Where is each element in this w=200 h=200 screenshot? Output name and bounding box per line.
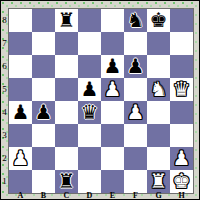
rank-label-2: 2 xyxy=(1,147,8,170)
square-e1[interactable] xyxy=(101,170,124,193)
chess-board-frame: ♜♞♚♟♟♟♟♞♛♟♟♛♟♟♟♜♜♚ 87654321ABCDEFGH xyxy=(0,0,200,200)
file-label-f: F xyxy=(124,192,147,199)
square-h8[interactable] xyxy=(170,9,193,32)
square-a6[interactable] xyxy=(9,55,32,78)
square-d1[interactable] xyxy=(78,170,101,193)
rank-label-6: 6 xyxy=(1,55,8,78)
square-g2[interactable] xyxy=(147,147,170,170)
rank-label-8: 8 xyxy=(1,9,8,32)
white-pawn-piece[interactable]: ♟ xyxy=(127,101,145,124)
rank-label-5: 5 xyxy=(1,78,8,101)
black-pawn-piece[interactable]: ♟ xyxy=(35,101,53,124)
black-queen-piece[interactable]: ♛ xyxy=(81,101,99,124)
square-c3[interactable] xyxy=(55,124,78,147)
square-c6[interactable] xyxy=(55,55,78,78)
square-c5[interactable] xyxy=(55,78,78,101)
square-h7[interactable] xyxy=(170,32,193,55)
file-label-g: G xyxy=(147,192,170,199)
square-g6[interactable] xyxy=(147,55,170,78)
black-king-piece[interactable]: ♚ xyxy=(150,9,168,32)
square-f1[interactable] xyxy=(124,170,147,193)
square-g4[interactable] xyxy=(147,101,170,124)
square-a8[interactable] xyxy=(9,9,32,32)
square-c7[interactable] xyxy=(55,32,78,55)
square-g8[interactable]: ♚ xyxy=(147,9,170,32)
file-label-b: B xyxy=(32,192,55,199)
white-king-piece[interactable]: ♚ xyxy=(173,170,191,193)
square-f3[interactable] xyxy=(124,124,147,147)
square-e7[interactable] xyxy=(101,32,124,55)
square-e6[interactable]: ♟ xyxy=(101,55,124,78)
square-h4[interactable] xyxy=(170,101,193,124)
square-b2[interactable] xyxy=(32,147,55,170)
white-rook-piece[interactable]: ♜ xyxy=(150,170,168,193)
rank-label-3: 3 xyxy=(1,124,8,147)
square-b4[interactable]: ♟ xyxy=(32,101,55,124)
square-b8[interactable] xyxy=(32,9,55,32)
white-knight-piece[interactable]: ♞ xyxy=(150,78,168,101)
square-c8[interactable]: ♜ xyxy=(55,9,78,32)
black-pawn-piece[interactable]: ♟ xyxy=(104,55,122,78)
file-label-h: H xyxy=(170,192,193,199)
white-queen-piece[interactable]: ♛ xyxy=(173,78,191,101)
square-b7[interactable] xyxy=(32,32,55,55)
square-h6[interactable] xyxy=(170,55,193,78)
square-d4[interactable]: ♛ xyxy=(78,101,101,124)
square-f7[interactable] xyxy=(124,32,147,55)
black-pawn-piece[interactable]: ♟ xyxy=(81,78,99,101)
square-d8[interactable] xyxy=(78,9,101,32)
file-label-e: E xyxy=(101,192,124,199)
square-e4[interactable] xyxy=(101,101,124,124)
black-knight-piece[interactable]: ♞ xyxy=(127,9,145,32)
square-f5[interactable] xyxy=(124,78,147,101)
square-f2[interactable] xyxy=(124,147,147,170)
square-d3[interactable] xyxy=(78,124,101,147)
square-f4[interactable]: ♟ xyxy=(124,101,147,124)
white-pawn-piece[interactable]: ♟ xyxy=(12,147,30,170)
square-d5[interactable]: ♟ xyxy=(78,78,101,101)
square-a1[interactable] xyxy=(9,170,32,193)
black-pawn-piece[interactable]: ♟ xyxy=(12,101,30,124)
square-g5[interactable]: ♞ xyxy=(147,78,170,101)
square-h2[interactable]: ♟ xyxy=(170,147,193,170)
square-c1[interactable]: ♜ xyxy=(55,170,78,193)
black-rook-piece[interactable]: ♜ xyxy=(58,9,76,32)
square-c4[interactable] xyxy=(55,101,78,124)
square-a7[interactable] xyxy=(9,32,32,55)
chess-board: ♜♞♚♟♟♟♟♞♛♟♟♛♟♟♟♜♜♚ xyxy=(8,8,194,194)
square-e2[interactable] xyxy=(101,147,124,170)
rank-label-7: 7 xyxy=(1,32,8,55)
square-e8[interactable] xyxy=(101,9,124,32)
square-b6[interactable] xyxy=(32,55,55,78)
black-pawn-piece[interactable]: ♟ xyxy=(127,55,145,78)
white-pawn-piece[interactable]: ♟ xyxy=(104,78,122,101)
file-label-c: C xyxy=(55,192,78,199)
square-f8[interactable]: ♞ xyxy=(124,9,147,32)
square-a3[interactable] xyxy=(9,124,32,147)
square-d2[interactable] xyxy=(78,147,101,170)
square-c2[interactable] xyxy=(55,147,78,170)
square-d7[interactable] xyxy=(78,32,101,55)
square-e5[interactable]: ♟ xyxy=(101,78,124,101)
square-a5[interactable] xyxy=(9,78,32,101)
square-g1[interactable]: ♜ xyxy=(147,170,170,193)
file-label-d: D xyxy=(78,192,101,199)
square-e3[interactable] xyxy=(101,124,124,147)
rank-label-4: 4 xyxy=(1,101,8,124)
square-f6[interactable]: ♟ xyxy=(124,55,147,78)
file-label-a: A xyxy=(9,192,32,199)
square-a4[interactable]: ♟ xyxy=(9,101,32,124)
square-a2[interactable]: ♟ xyxy=(9,147,32,170)
white-pawn-piece[interactable]: ♟ xyxy=(173,147,191,170)
square-b5[interactable] xyxy=(32,78,55,101)
square-g3[interactable] xyxy=(147,124,170,147)
black-rook-piece[interactable]: ♜ xyxy=(58,170,76,193)
square-h3[interactable] xyxy=(170,124,193,147)
square-h1[interactable]: ♚ xyxy=(170,170,193,193)
square-g7[interactable] xyxy=(147,32,170,55)
square-d6[interactable] xyxy=(78,55,101,78)
square-b1[interactable] xyxy=(32,170,55,193)
rank-label-1: 1 xyxy=(1,170,8,193)
square-b3[interactable] xyxy=(32,124,55,147)
square-h5[interactable]: ♛ xyxy=(170,78,193,101)
